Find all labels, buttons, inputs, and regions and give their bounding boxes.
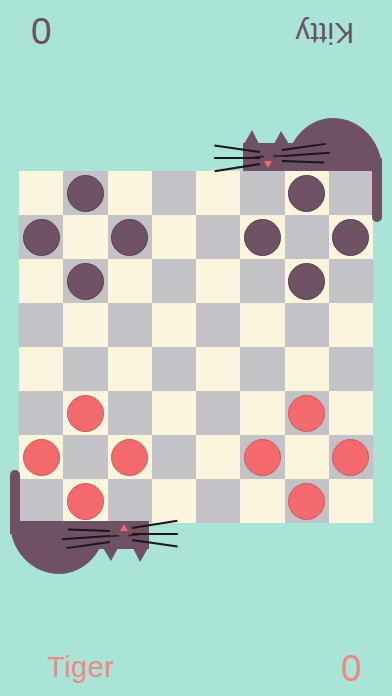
square-r6c7[interactable] (285, 391, 329, 435)
square-r3c8[interactable] (329, 259, 373, 303)
square-r5c2[interactable] (63, 347, 107, 391)
sleeping-cat-icon (10, 470, 162, 574)
square-r8c7[interactable] (285, 479, 329, 523)
square-r1c1[interactable] (19, 171, 63, 215)
game-screen: 0 Kitty Tiger 0 (0, 0, 392, 696)
square-r4c6[interactable] (240, 303, 284, 347)
kitty-checker-piece[interactable] (67, 263, 104, 300)
square-r2c4[interactable] (152, 215, 196, 259)
square-r6c5[interactable] (196, 391, 240, 435)
square-r4c8[interactable] (329, 303, 373, 347)
square-r5c7[interactable] (285, 347, 329, 391)
cat-body (286, 118, 382, 171)
kitty-checker-piece[interactable] (23, 219, 60, 256)
tiger-name-label: Tiger (47, 653, 115, 682)
kitty-checker-piece[interactable] (244, 219, 281, 256)
sleeping-cat-icon (230, 118, 382, 222)
square-r8c5[interactable] (196, 479, 240, 523)
tiger-checker-piece[interactable] (244, 439, 281, 476)
square-r3c4[interactable] (152, 259, 196, 303)
square-r6c1[interactable] (19, 391, 63, 435)
square-r4c4[interactable] (152, 303, 196, 347)
square-r8c8[interactable] (329, 479, 373, 523)
square-r7c5[interactable] (196, 435, 240, 479)
square-r2c1[interactable] (19, 215, 63, 259)
square-r4c1[interactable] (19, 303, 63, 347)
tiger-checker-piece[interactable] (288, 483, 325, 520)
kitty-checker-piece[interactable] (111, 219, 148, 256)
cat-nose-icon (264, 161, 272, 168)
square-r1c2[interactable] (63, 171, 107, 215)
square-r2c2[interactable] (63, 215, 107, 259)
cat-nose-icon (120, 524, 128, 531)
square-r6c3[interactable] (108, 391, 152, 435)
square-r2c3[interactable] (108, 215, 152, 259)
kitty-checker-piece[interactable] (288, 263, 325, 300)
cat-whisker (132, 534, 178, 536)
kitty-score: 0 (31, 13, 52, 50)
square-r7c6[interactable] (240, 435, 284, 479)
kitty-checker-piece[interactable] (67, 175, 104, 212)
square-r3c3[interactable] (108, 259, 152, 303)
square-r4c3[interactable] (108, 303, 152, 347)
square-r6c8[interactable] (329, 391, 373, 435)
cat-ear-icon (244, 130, 259, 144)
tiger-checker-piece[interactable] (67, 395, 104, 432)
square-r3c2[interactable] (63, 259, 107, 303)
square-r6c6[interactable] (240, 391, 284, 435)
square-r3c1[interactable] (19, 259, 63, 303)
square-r3c5[interactable] (196, 259, 240, 303)
square-r6c4[interactable] (152, 391, 196, 435)
square-r3c6[interactable] (240, 259, 284, 303)
square-r1c4[interactable] (152, 171, 196, 215)
square-r6c2[interactable] (63, 391, 107, 435)
kitty-checker-piece[interactable] (332, 219, 369, 256)
cat-whisker (214, 157, 260, 159)
square-r3c7[interactable] (285, 259, 329, 303)
square-r4c7[interactable] (285, 303, 329, 347)
square-r5c6[interactable] (240, 347, 284, 391)
tiger-checker-piece[interactable] (288, 395, 325, 432)
square-r1c3[interactable] (108, 171, 152, 215)
tiger-checker-piece[interactable] (332, 439, 369, 476)
square-r5c4[interactable] (152, 347, 196, 391)
square-r5c3[interactable] (108, 347, 152, 391)
square-r7c8[interactable] (329, 435, 373, 479)
tiger-score: 0 (341, 650, 362, 687)
cat-ear-icon (133, 548, 148, 562)
cat-ear-icon (103, 548, 118, 561)
square-r5c5[interactable] (196, 347, 240, 391)
square-r5c8[interactable] (329, 347, 373, 391)
square-r8c6[interactable] (240, 479, 284, 523)
square-r4c5[interactable] (196, 303, 240, 347)
square-r4c2[interactable] (63, 303, 107, 347)
square-r5c1[interactable] (19, 347, 63, 391)
square-r7c7[interactable] (285, 435, 329, 479)
kitty-name-label: Kitty (295, 18, 354, 47)
